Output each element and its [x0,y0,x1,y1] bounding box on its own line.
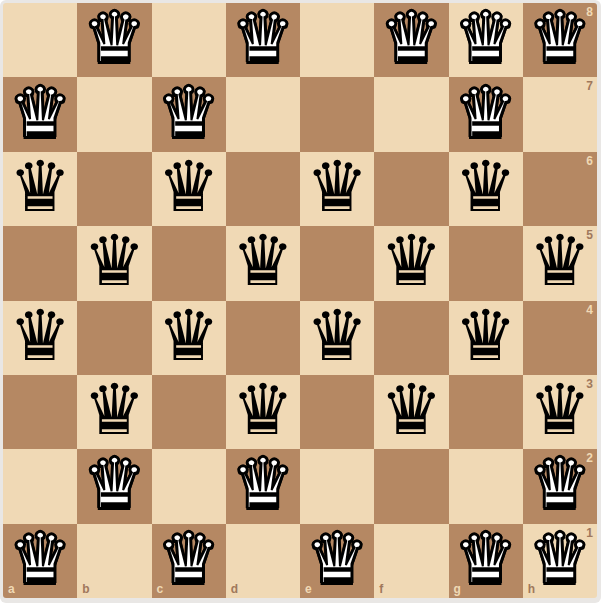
square-g2[interactable] [449,449,523,523]
square-h6[interactable]: 6 [523,152,597,226]
square-b1[interactable]: b [77,524,151,598]
white-queen[interactable]: ♛ [157,524,220,594]
square-b6[interactable] [77,152,151,226]
square-c3[interactable] [152,375,226,449]
black-queen[interactable]: ♛ [454,152,517,222]
black-queen[interactable]: ♛ [528,375,591,445]
white-queen[interactable]: ♛ [9,78,72,148]
square-f6[interactable] [374,152,448,226]
black-queen[interactable]: ♛ [528,226,591,296]
white-queen[interactable]: ♛ [454,3,517,73]
square-a4[interactable]: ♛ [3,301,77,375]
square-a7[interactable]: ♛ [3,77,77,151]
square-e4[interactable]: ♛ [300,301,374,375]
black-queen[interactable]: ♛ [157,301,220,371]
white-queen[interactable]: ♛ [83,3,146,73]
square-a6[interactable]: ♛ [3,152,77,226]
rank-label-7: 7 [586,80,593,92]
black-queen[interactable]: ♛ [454,301,517,371]
square-h4[interactable]: 4 [523,301,597,375]
white-queen[interactable]: ♛ [9,524,72,594]
square-f7[interactable] [374,77,448,151]
square-b3[interactable]: ♛ [77,375,151,449]
square-b5[interactable]: ♛ [77,226,151,300]
square-h7[interactable]: 7 [523,77,597,151]
square-g1[interactable]: ♛g [449,524,523,598]
square-h2[interactable]: ♛2 [523,449,597,523]
square-c5[interactable] [152,226,226,300]
white-queen[interactable]: ♛ [231,449,294,519]
square-g5[interactable] [449,226,523,300]
square-d3[interactable]: ♛ [226,375,300,449]
white-queen[interactable]: ♛ [528,524,591,594]
black-queen[interactable]: ♛ [83,226,146,296]
rank-label-6: 6 [586,155,593,167]
square-g4[interactable]: ♛ [449,301,523,375]
white-queen[interactable]: ♛ [83,449,146,519]
square-e2[interactable] [300,449,374,523]
square-f2[interactable] [374,449,448,523]
square-d5[interactable]: ♛ [226,226,300,300]
black-queen[interactable]: ♛ [380,226,443,296]
black-queen[interactable]: ♛ [231,375,294,445]
black-queen[interactable]: ♛ [157,152,220,222]
white-queen[interactable]: ♛ [454,78,517,148]
square-e5[interactable] [300,226,374,300]
square-b7[interactable] [77,77,151,151]
rank-label-4: 4 [586,304,593,316]
white-queen[interactable]: ♛ [157,78,220,148]
file-label-b: b [82,583,89,595]
square-g7[interactable]: ♛ [449,77,523,151]
square-e1[interactable]: ♛e [300,524,374,598]
square-d2[interactable]: ♛ [226,449,300,523]
square-d8[interactable]: ♛ [226,3,300,77]
white-queen[interactable]: ♛ [528,449,591,519]
square-f4[interactable] [374,301,448,375]
white-queen[interactable]: ♛ [380,3,443,73]
chess-board-frame: ♛♛♛♛♛8♛♛♛7♛♛♛♛6♛♛♛♛5♛♛♛♛4♛♛♛♛3♛♛♛2♛ab♛cd… [0,0,601,603]
black-queen[interactable]: ♛ [9,152,72,222]
square-c4[interactable]: ♛ [152,301,226,375]
square-h8[interactable]: ♛8 [523,3,597,77]
white-queen[interactable]: ♛ [306,524,369,594]
square-b2[interactable]: ♛ [77,449,151,523]
square-b8[interactable]: ♛ [77,3,151,77]
square-a8[interactable] [3,3,77,77]
square-a2[interactable] [3,449,77,523]
square-e6[interactable]: ♛ [300,152,374,226]
square-e7[interactable] [300,77,374,151]
square-b4[interactable] [77,301,151,375]
chess-board: ♛♛♛♛♛8♛♛♛7♛♛♛♛6♛♛♛♛5♛♛♛♛4♛♛♛♛3♛♛♛2♛ab♛cd… [3,3,597,598]
square-d1[interactable]: d [226,524,300,598]
square-f3[interactable]: ♛ [374,375,448,449]
square-g3[interactable] [449,375,523,449]
square-d7[interactable] [226,77,300,151]
square-d4[interactable] [226,301,300,375]
file-label-d: d [231,583,238,595]
square-c1[interactable]: ♛c [152,524,226,598]
square-h1[interactable]: ♛1h [523,524,597,598]
square-g8[interactable]: ♛ [449,3,523,77]
square-f5[interactable]: ♛ [374,226,448,300]
white-queen[interactable]: ♛ [231,3,294,73]
black-queen[interactable]: ♛ [380,375,443,445]
white-queen[interactable]: ♛ [454,524,517,594]
square-a3[interactable] [3,375,77,449]
black-queen[interactable]: ♛ [9,301,72,371]
square-h5[interactable]: ♛5 [523,226,597,300]
square-f8[interactable]: ♛ [374,3,448,77]
black-queen[interactable]: ♛ [231,226,294,296]
square-a1[interactable]: ♛a [3,524,77,598]
square-h3[interactable]: ♛3 [523,375,597,449]
black-queen[interactable]: ♛ [83,375,146,445]
black-queen[interactable]: ♛ [306,301,369,371]
square-c2[interactable] [152,449,226,523]
square-g6[interactable]: ♛ [449,152,523,226]
square-c7[interactable]: ♛ [152,77,226,151]
square-f1[interactable]: f [374,524,448,598]
square-d6[interactable] [226,152,300,226]
square-a5[interactable] [3,226,77,300]
square-c6[interactable]: ♛ [152,152,226,226]
square-e3[interactable] [300,375,374,449]
file-label-f: f [379,583,383,595]
black-queen[interactable]: ♛ [306,152,369,222]
square-c8[interactable] [152,3,226,77]
white-queen[interactable]: ♛ [528,3,591,73]
square-e8[interactable] [300,3,374,77]
